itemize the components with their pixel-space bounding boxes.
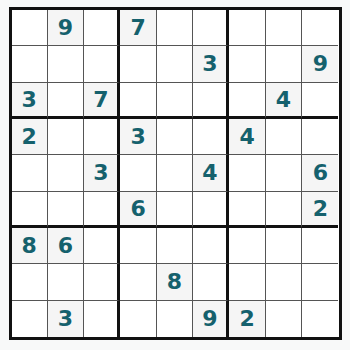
cell-r4c7[interactable]: 4 — [229, 119, 265, 155]
cell-r3c8[interactable]: 4 — [266, 83, 302, 119]
cell-r4c4[interactable]: 3 — [120, 119, 156, 155]
cell-r4c6[interactable] — [193, 119, 229, 155]
cell-r8c6[interactable] — [193, 264, 229, 300]
cell-r3c1[interactable]: 3 — [12, 83, 48, 119]
cell-r1c3[interactable] — [84, 10, 120, 46]
cell-r5c9[interactable]: 6 — [302, 155, 338, 191]
cell-r2c5[interactable] — [157, 46, 193, 82]
cell-r6c9[interactable]: 2 — [302, 192, 338, 228]
cell-r2c2[interactable] — [48, 46, 84, 82]
cell-r5c6[interactable]: 4 — [193, 155, 229, 191]
cell-r8c8[interactable] — [266, 264, 302, 300]
cell-r6c2[interactable] — [48, 192, 84, 228]
cell-r5c8[interactable] — [266, 155, 302, 191]
cell-r1c5[interactable] — [157, 10, 193, 46]
cell-r8c1[interactable] — [12, 264, 48, 300]
cell-r9c1[interactable] — [12, 301, 48, 337]
cell-r5c2[interactable] — [48, 155, 84, 191]
cell-r9c8[interactable] — [266, 301, 302, 337]
page: 973937423434662868392 — [0, 0, 350, 350]
sudoku-board: 973937423434662868392 — [9, 7, 342, 340]
cell-r6c5[interactable] — [157, 192, 193, 228]
cell-r2c8[interactable] — [266, 46, 302, 82]
cell-r3c3[interactable]: 7 — [84, 83, 120, 119]
cell-r5c4[interactable] — [120, 155, 156, 191]
cell-r7c4[interactable] — [120, 228, 156, 264]
cell-r8c4[interactable] — [120, 264, 156, 300]
cell-r4c8[interactable] — [266, 119, 302, 155]
cell-r2c1[interactable] — [12, 46, 48, 82]
cell-r8c3[interactable] — [84, 264, 120, 300]
cell-r1c7[interactable] — [229, 10, 265, 46]
cell-r7c5[interactable] — [157, 228, 193, 264]
cell-r2c4[interactable] — [120, 46, 156, 82]
cell-r9c7[interactable]: 2 — [229, 301, 265, 337]
cell-r5c3[interactable]: 3 — [84, 155, 120, 191]
cell-r9c5[interactable] — [157, 301, 193, 337]
cell-r1c1[interactable] — [12, 10, 48, 46]
cell-r5c7[interactable] — [229, 155, 265, 191]
cell-r7c6[interactable] — [193, 228, 229, 264]
cell-r1c8[interactable] — [266, 10, 302, 46]
cell-r3c5[interactable] — [157, 83, 193, 119]
cell-r2c3[interactable] — [84, 46, 120, 82]
cell-r2c7[interactable] — [229, 46, 265, 82]
cell-r5c1[interactable] — [12, 155, 48, 191]
cell-r1c4[interactable]: 7 — [120, 10, 156, 46]
cell-r1c2[interactable]: 9 — [48, 10, 84, 46]
cell-r7c8[interactable] — [266, 228, 302, 264]
cell-r8c2[interactable] — [48, 264, 84, 300]
cell-r7c3[interactable] — [84, 228, 120, 264]
cell-r6c7[interactable] — [229, 192, 265, 228]
cell-r9c4[interactable] — [120, 301, 156, 337]
cell-r3c9[interactable] — [302, 83, 338, 119]
cell-r4c9[interactable] — [302, 119, 338, 155]
cell-r6c1[interactable] — [12, 192, 48, 228]
cell-r4c3[interactable] — [84, 119, 120, 155]
cell-r6c4[interactable]: 6 — [120, 192, 156, 228]
cell-r7c7[interactable] — [229, 228, 265, 264]
cell-r8c5[interactable]: 8 — [157, 264, 193, 300]
cell-r8c9[interactable] — [302, 264, 338, 300]
cell-r5c5[interactable] — [157, 155, 193, 191]
cell-r2c9[interactable]: 9 — [302, 46, 338, 82]
cell-r9c3[interactable] — [84, 301, 120, 337]
cell-r9c9[interactable] — [302, 301, 338, 337]
cell-r1c6[interactable] — [193, 10, 229, 46]
cell-r2c6[interactable]: 3 — [193, 46, 229, 82]
cell-r4c2[interactable] — [48, 119, 84, 155]
cell-r7c2[interactable]: 6 — [48, 228, 84, 264]
cell-r9c6[interactable]: 9 — [193, 301, 229, 337]
cell-r4c1[interactable]: 2 — [12, 119, 48, 155]
cell-r3c7[interactable] — [229, 83, 265, 119]
cell-r6c6[interactable] — [193, 192, 229, 228]
cell-r3c2[interactable] — [48, 83, 84, 119]
cell-r3c4[interactable] — [120, 83, 156, 119]
cell-r6c8[interactable] — [266, 192, 302, 228]
cell-r7c1[interactable]: 8 — [12, 228, 48, 264]
cell-r3c6[interactable] — [193, 83, 229, 119]
cell-r9c2[interactable]: 3 — [48, 301, 84, 337]
cell-r7c9[interactable] — [302, 228, 338, 264]
cell-r8c7[interactable] — [229, 264, 265, 300]
cell-r6c3[interactable] — [84, 192, 120, 228]
cell-r1c9[interactable] — [302, 10, 338, 46]
cell-r4c5[interactable] — [157, 119, 193, 155]
